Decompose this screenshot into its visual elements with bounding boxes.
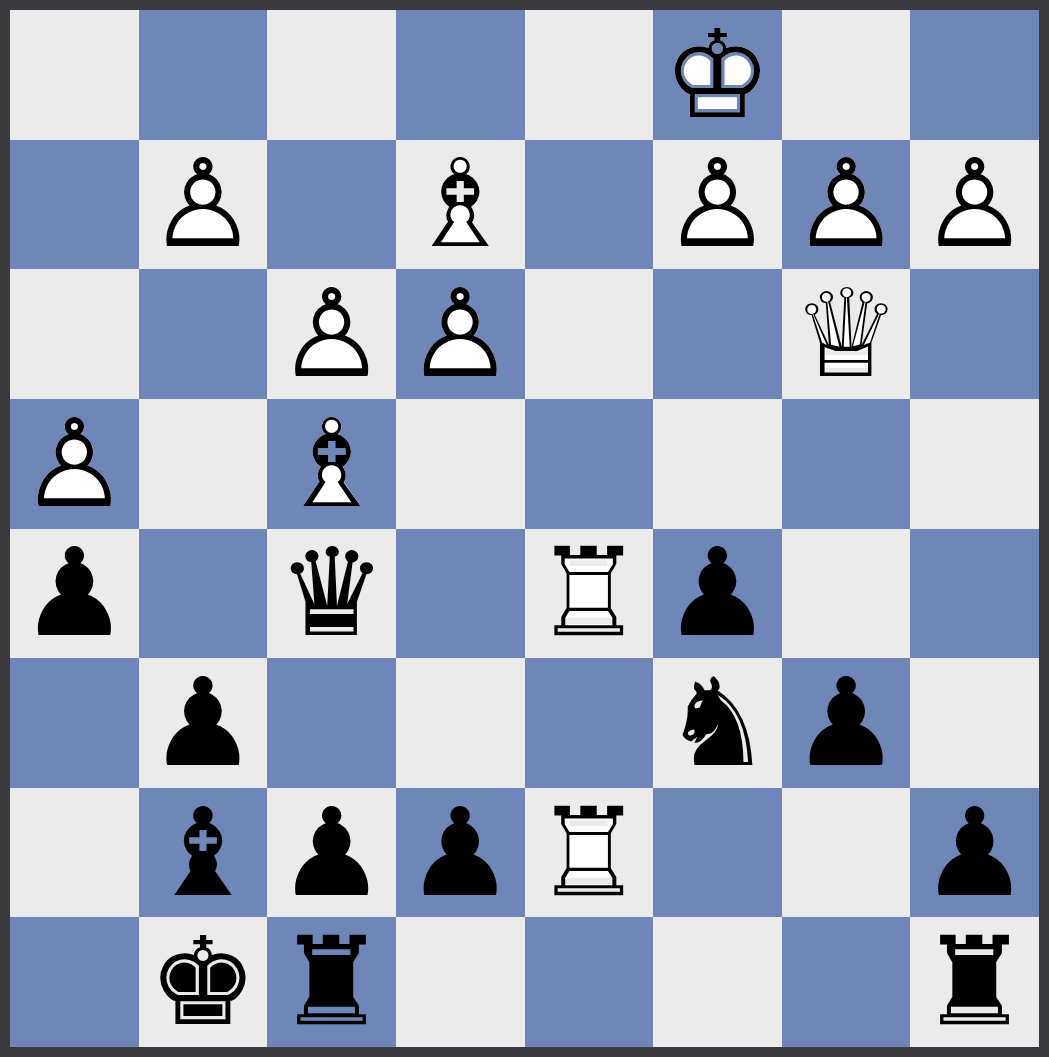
square-a8[interactable]: ♜ — [910, 917, 1039, 1047]
piece-white-pawn[interactable]: ♟♙ — [656, 143, 778, 265]
square-b3[interactable]: ♛♕ — [782, 269, 911, 399]
square-h7[interactable] — [10, 788, 139, 918]
piece-black-pawn[interactable]: ♟ — [399, 792, 521, 914]
piece-black-knight[interactable]: ♞ — [656, 662, 778, 784]
piece-black-pawn[interactable]: ♟ — [656, 532, 778, 654]
square-e4[interactable] — [396, 399, 525, 529]
square-f1[interactable] — [267, 10, 396, 140]
square-e5[interactable] — [396, 529, 525, 659]
piece-white-pawn[interactable]: ♟♙ — [399, 273, 521, 395]
piece-black-pawn[interactable]: ♟ — [142, 662, 264, 784]
square-d7[interactable]: ♜♖ — [525, 788, 654, 918]
square-a4[interactable] — [910, 399, 1039, 529]
square-g1[interactable] — [139, 10, 268, 140]
square-b5[interactable] — [782, 529, 911, 659]
square-h1[interactable] — [10, 10, 139, 140]
piece-black-pawn[interactable]: ♟ — [914, 792, 1036, 914]
square-a5[interactable] — [910, 529, 1039, 659]
piece-black-king[interactable]: ♚ — [142, 921, 264, 1043]
square-g3[interactable] — [139, 269, 268, 399]
piece-white-king[interactable]: ♚♔ — [656, 14, 778, 136]
piece-white-pawn[interactable]: ♟♙ — [914, 143, 1036, 265]
piece-white-bishop[interactable]: ♝♗ — [399, 143, 521, 265]
square-d3[interactable] — [525, 269, 654, 399]
square-d8[interactable] — [525, 917, 654, 1047]
square-c7[interactable] — [653, 788, 782, 918]
square-d2[interactable] — [525, 140, 654, 270]
square-b4[interactable] — [782, 399, 911, 529]
square-c4[interactable] — [653, 399, 782, 529]
piece-black-pawn[interactable]: ♟ — [271, 792, 393, 914]
square-h5[interactable]: ♟ — [10, 529, 139, 659]
square-h3[interactable] — [10, 269, 139, 399]
square-b1[interactable] — [782, 10, 911, 140]
piece-black-pawn[interactable]: ♟ — [785, 662, 907, 784]
piece-black-pawn[interactable]: ♟ — [13, 532, 135, 654]
piece-white-bishop[interactable]: ♝♗ — [271, 403, 393, 525]
square-b8[interactable] — [782, 917, 911, 1047]
piece-white-pawn[interactable]: ♟♙ — [142, 143, 264, 265]
piece-black-rook[interactable]: ♜ — [914, 921, 1036, 1043]
square-a1[interactable] — [910, 10, 1039, 140]
square-g6[interactable]: ♟ — [139, 658, 268, 788]
square-e8[interactable] — [396, 917, 525, 1047]
square-h6[interactable] — [10, 658, 139, 788]
square-g8[interactable]: ♚ — [139, 917, 268, 1047]
square-g7[interactable]: ♝ — [139, 788, 268, 918]
chess-board-frame: ♚♔♟♙♝♗♟♙♟♙♟♙♟♙♟♙♛♕♟♙♝♗♟♛♜♖♟♟♞♟♝♟♟♜♖♟♚♜♜ — [0, 0, 1049, 1057]
square-f2[interactable] — [267, 140, 396, 270]
square-d1[interactable] — [525, 10, 654, 140]
square-c2[interactable]: ♟♙ — [653, 140, 782, 270]
piece-white-rook[interactable]: ♜♖ — [528, 532, 650, 654]
square-h2[interactable] — [10, 140, 139, 270]
square-e7[interactable]: ♟ — [396, 788, 525, 918]
square-c3[interactable] — [653, 269, 782, 399]
square-f8[interactable]: ♜ — [267, 917, 396, 1047]
square-a7[interactable]: ♟ — [910, 788, 1039, 918]
piece-white-pawn[interactable]: ♟♙ — [785, 143, 907, 265]
square-f4[interactable]: ♝♗ — [267, 399, 396, 529]
square-g4[interactable] — [139, 399, 268, 529]
square-a2[interactable]: ♟♙ — [910, 140, 1039, 270]
square-b6[interactable]: ♟ — [782, 658, 911, 788]
square-f5[interactable]: ♛ — [267, 529, 396, 659]
square-b2[interactable]: ♟♙ — [782, 140, 911, 270]
square-e6[interactable] — [396, 658, 525, 788]
square-a6[interactable] — [910, 658, 1039, 788]
square-c8[interactable] — [653, 917, 782, 1047]
piece-black-rook[interactable]: ♜ — [271, 921, 393, 1043]
square-g2[interactable]: ♟♙ — [139, 140, 268, 270]
piece-white-rook[interactable]: ♜♖ — [528, 792, 650, 914]
square-e1[interactable] — [396, 10, 525, 140]
square-f6[interactable] — [267, 658, 396, 788]
square-f7[interactable]: ♟ — [267, 788, 396, 918]
piece-white-pawn[interactable]: ♟♙ — [13, 403, 135, 525]
chess-board: ♚♔♟♙♝♗♟♙♟♙♟♙♟♙♟♙♛♕♟♙♝♗♟♛♜♖♟♟♞♟♝♟♟♜♖♟♚♜♜ — [10, 10, 1039, 1047]
square-e3[interactable]: ♟♙ — [396, 269, 525, 399]
square-c1[interactable]: ♚♔ — [653, 10, 782, 140]
square-c5[interactable]: ♟ — [653, 529, 782, 659]
square-e2[interactable]: ♝♗ — [396, 140, 525, 270]
piece-white-pawn[interactable]: ♟♙ — [271, 273, 393, 395]
square-d6[interactable] — [525, 658, 654, 788]
square-h8[interactable] — [10, 917, 139, 1047]
piece-black-bishop[interactable]: ♝ — [142, 792, 264, 914]
square-a3[interactable] — [910, 269, 1039, 399]
square-d4[interactable] — [525, 399, 654, 529]
square-g5[interactable] — [139, 529, 268, 659]
square-h4[interactable]: ♟♙ — [10, 399, 139, 529]
square-f3[interactable]: ♟♙ — [267, 269, 396, 399]
square-d5[interactable]: ♜♖ — [525, 529, 654, 659]
piece-black-queen[interactable]: ♛ — [271, 532, 393, 654]
square-c6[interactable]: ♞ — [653, 658, 782, 788]
piece-white-queen[interactable]: ♛♕ — [785, 273, 907, 395]
square-b7[interactable] — [782, 788, 911, 918]
